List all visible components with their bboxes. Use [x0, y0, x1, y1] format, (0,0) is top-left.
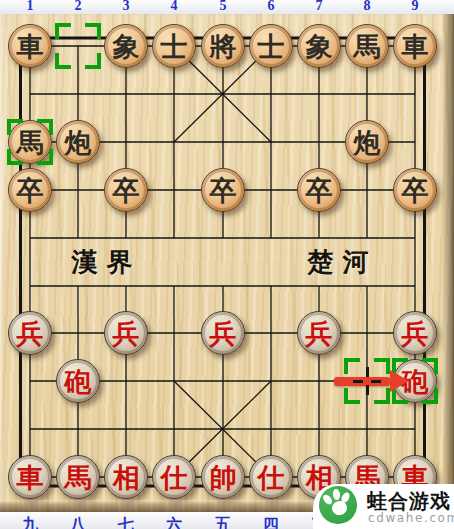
- piece-red-cannon[interactable]: 砲: [56, 359, 100, 403]
- piece-red-soldier[interactable]: 兵: [8, 311, 52, 355]
- piece-black-soldier[interactable]: 卒: [201, 168, 245, 212]
- piece-black-cannon[interactable]: 炮: [56, 120, 100, 164]
- piece-black-advisor[interactable]: 士: [152, 24, 196, 68]
- frog-logo-icon: [319, 486, 357, 524]
- river-label-left: 漢界: [37, 249, 167, 276]
- piece-black-cannon[interactable]: 炮: [345, 120, 389, 164]
- piece-black-soldier[interactable]: 卒: [297, 168, 341, 212]
- piece-red-soldier[interactable]: 兵: [201, 311, 245, 355]
- piece-red-soldier[interactable]: 兵: [393, 311, 437, 355]
- piece-black-advisor[interactable]: 士: [249, 24, 293, 68]
- piece-red-horse[interactable]: 馬: [56, 455, 100, 499]
- piece-black-soldier[interactable]: 卒: [8, 168, 52, 212]
- crosshair-cursor: [366, 385, 369, 395]
- selection-bracket-marker: [8, 120, 52, 164]
- piece-red-general[interactable]: 帥: [201, 455, 245, 499]
- piece-red-soldier[interactable]: 兵: [297, 311, 341, 355]
- piece-black-horse[interactable]: 馬: [345, 24, 389, 68]
- piece-black-chariot[interactable]: 車: [8, 24, 52, 68]
- piece-black-elephant[interactable]: 象: [297, 24, 341, 68]
- watermark-domain: cdwahe.com: [368, 511, 454, 525]
- piece-red-chariot[interactable]: 車: [8, 455, 52, 499]
- piece-black-chariot[interactable]: 車: [393, 24, 437, 68]
- board-edge-bevel-right: [442, 14, 454, 512]
- river-label-right: 楚河: [273, 249, 403, 276]
- crosshair-cursor: [353, 380, 363, 383]
- piece-black-soldier[interactable]: 卒: [393, 168, 437, 212]
- watermark: 蛙合游戏 cdwahe.com: [313, 484, 454, 529]
- crosshair-cursor: [366, 367, 369, 377]
- piece-black-general[interactable]: 將: [201, 24, 245, 68]
- selection-bracket-marker: [56, 24, 100, 68]
- piece-black-elephant[interactable]: 象: [104, 24, 148, 68]
- piece-red-advisor[interactable]: 仕: [249, 455, 293, 499]
- piece-black-soldier[interactable]: 卒: [104, 168, 148, 212]
- xiangqi-game-window: 123456789 漢界 楚河 車象士將士象馬車馬炮炮卒卒卒卒卒兵兵兵兵兵砲砲車…: [0, 0, 454, 529]
- move-arrow-head: [390, 370, 409, 392]
- piece-red-elephant[interactable]: 相: [104, 455, 148, 499]
- piece-red-advisor[interactable]: 仕: [152, 455, 196, 499]
- crosshair-cursor: [371, 380, 381, 383]
- piece-red-soldier[interactable]: 兵: [104, 311, 148, 355]
